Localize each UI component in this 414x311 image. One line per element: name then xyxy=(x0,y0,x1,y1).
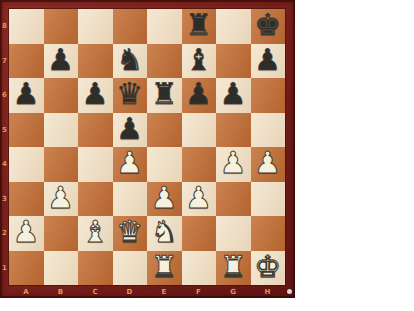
rank-labels: 87654321 xyxy=(0,9,9,285)
square-d7[interactable]: ♞ xyxy=(113,44,148,79)
square-a1[interactable] xyxy=(9,251,44,286)
piece-white-pawn: ♟ xyxy=(151,183,178,213)
square-e5[interactable] xyxy=(147,113,182,148)
file-label-e: E xyxy=(147,285,182,298)
square-f1[interactable] xyxy=(182,251,217,286)
square-h5[interactable] xyxy=(251,113,286,148)
board-squares: ♜♚♟♞♝♟♟♟♛♜♟♟♟♟♟♟♟♟♟♟♝♛♞♜♜♚ xyxy=(9,9,285,285)
square-a5[interactable] xyxy=(9,113,44,148)
square-a8[interactable] xyxy=(9,9,44,44)
piece-black-rook: ♜ xyxy=(151,79,178,109)
piece-black-pawn: ♟ xyxy=(220,79,247,109)
piece-black-king: ♚ xyxy=(254,10,281,40)
square-h1[interactable]: ♚ xyxy=(251,251,286,286)
square-b7[interactable]: ♟ xyxy=(44,44,79,79)
file-label-d: D xyxy=(113,285,148,298)
rank-label-7: 7 xyxy=(0,44,9,79)
piece-black-rook: ♜ xyxy=(185,10,212,40)
square-d2[interactable]: ♛ xyxy=(113,216,148,251)
piece-black-pawn: ♟ xyxy=(254,45,281,75)
rank-label-3: 3 xyxy=(0,182,9,217)
rank-label-4: 4 xyxy=(0,147,9,182)
square-g7[interactable] xyxy=(216,44,251,79)
chess-board: 87654321 ♜♚♟♞♝♟♟♟♛♜♟♟♟♟♟♟♟♟♟♟♝♛♞♜♜♚ ABCD… xyxy=(0,0,295,298)
square-f7[interactable]: ♝ xyxy=(182,44,217,79)
square-g5[interactable] xyxy=(216,113,251,148)
piece-white-bishop: ♝ xyxy=(82,217,109,247)
square-f3[interactable]: ♟ xyxy=(182,182,217,217)
square-h2[interactable] xyxy=(251,216,286,251)
piece-black-pawn: ♟ xyxy=(82,79,109,109)
square-h3[interactable] xyxy=(251,182,286,217)
piece-black-pawn: ♟ xyxy=(13,79,40,109)
piece-white-pawn: ♟ xyxy=(47,183,74,213)
square-e7[interactable] xyxy=(147,44,182,79)
square-g2[interactable] xyxy=(216,216,251,251)
square-c7[interactable] xyxy=(78,44,113,79)
square-h7[interactable]: ♟ xyxy=(251,44,286,79)
square-b4[interactable] xyxy=(44,147,79,182)
file-label-h: H xyxy=(251,285,286,298)
square-h8[interactable]: ♚ xyxy=(251,9,286,44)
page: 87654321 ♜♚♟♞♝♟♟♟♛♜♟♟♟♟♟♟♟♟♟♟♝♛♞♜♜♚ ABCD… xyxy=(0,0,414,311)
rank-label-8: 8 xyxy=(0,9,9,44)
square-c6[interactable]: ♟ xyxy=(78,78,113,113)
file-label-a: A xyxy=(9,285,44,298)
brand-dot-icon xyxy=(287,289,292,294)
square-a3[interactable] xyxy=(9,182,44,217)
square-c4[interactable] xyxy=(78,147,113,182)
square-g1[interactable]: ♜ xyxy=(216,251,251,286)
square-d5[interactable]: ♟ xyxy=(113,113,148,148)
square-b5[interactable] xyxy=(44,113,79,148)
piece-white-pawn: ♟ xyxy=(254,148,281,178)
piece-black-knight: ♞ xyxy=(116,45,143,75)
square-a4[interactable] xyxy=(9,147,44,182)
square-d3[interactable] xyxy=(113,182,148,217)
piece-white-pawn: ♟ xyxy=(13,217,40,247)
square-e1[interactable]: ♜ xyxy=(147,251,182,286)
square-a7[interactable] xyxy=(9,44,44,79)
piece-white-pawn: ♟ xyxy=(185,183,212,213)
square-d8[interactable] xyxy=(113,9,148,44)
square-e3[interactable]: ♟ xyxy=(147,182,182,217)
square-f4[interactable] xyxy=(182,147,217,182)
rank-label-6: 6 xyxy=(0,78,9,113)
square-h6[interactable] xyxy=(251,78,286,113)
file-label-g: G xyxy=(216,285,251,298)
square-d6[interactable]: ♛ xyxy=(113,78,148,113)
square-c3[interactable] xyxy=(78,182,113,217)
rank-label-2: 2 xyxy=(0,216,9,251)
piece-black-bishop: ♝ xyxy=(185,45,212,75)
square-d4[interactable]: ♟ xyxy=(113,147,148,182)
square-g8[interactable] xyxy=(216,9,251,44)
rank-label-5: 5 xyxy=(0,113,9,148)
square-a2[interactable]: ♟ xyxy=(9,216,44,251)
piece-white-rook: ♜ xyxy=(220,252,247,282)
piece-white-knight: ♞ xyxy=(151,217,178,247)
square-c2[interactable]: ♝ xyxy=(78,216,113,251)
square-c1[interactable] xyxy=(78,251,113,286)
square-e2[interactable]: ♞ xyxy=(147,216,182,251)
piece-black-pawn: ♟ xyxy=(47,45,74,75)
square-g6[interactable]: ♟ xyxy=(216,78,251,113)
square-g4[interactable]: ♟ xyxy=(216,147,251,182)
piece-white-pawn: ♟ xyxy=(116,148,143,178)
square-b2[interactable] xyxy=(44,216,79,251)
square-h4[interactable]: ♟ xyxy=(251,147,286,182)
file-labels: ABCDEFGH xyxy=(9,285,285,298)
piece-black-pawn: ♟ xyxy=(185,79,212,109)
square-e6[interactable]: ♜ xyxy=(147,78,182,113)
piece-white-pawn: ♟ xyxy=(220,148,247,178)
square-f6[interactable]: ♟ xyxy=(182,78,217,113)
piece-white-rook: ♜ xyxy=(151,252,178,282)
file-label-f: F xyxy=(182,285,217,298)
square-e8[interactable] xyxy=(147,9,182,44)
piece-black-queen: ♛ xyxy=(116,79,143,109)
piece-black-pawn: ♟ xyxy=(116,114,143,144)
rank-label-1: 1 xyxy=(0,251,9,286)
square-f5[interactable] xyxy=(182,113,217,148)
square-c8[interactable] xyxy=(78,9,113,44)
square-a6[interactable]: ♟ xyxy=(9,78,44,113)
piece-white-queen: ♛ xyxy=(116,217,143,247)
square-f8[interactable]: ♜ xyxy=(182,9,217,44)
square-b8[interactable] xyxy=(44,9,79,44)
square-e4[interactable] xyxy=(147,147,182,182)
square-c5[interactable] xyxy=(78,113,113,148)
piece-white-king: ♚ xyxy=(254,252,281,282)
square-d1[interactable] xyxy=(113,251,148,286)
square-g3[interactable] xyxy=(216,182,251,217)
square-b1[interactable] xyxy=(44,251,79,286)
file-label-b: B xyxy=(44,285,79,298)
square-f2[interactable] xyxy=(182,216,217,251)
square-b6[interactable] xyxy=(44,78,79,113)
file-label-c: C xyxy=(78,285,113,298)
square-b3[interactable]: ♟ xyxy=(44,182,79,217)
